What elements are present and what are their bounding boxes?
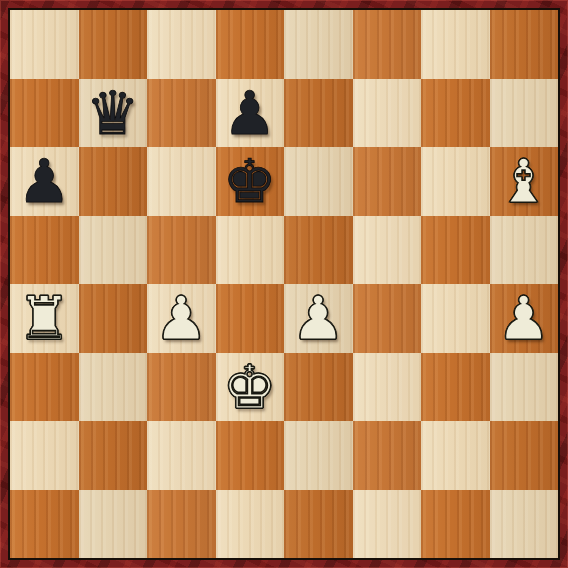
board-frame: ♛♟♟♚♝♜♟♟♟♚ — [0, 0, 568, 568]
white-pawn-piece[interactable]: ♟ — [291, 284, 345, 352]
square-g3[interactable] — [421, 353, 490, 422]
black-pawn-piece[interactable]: ♟ — [17, 147, 71, 215]
square-b7[interactable]: ♛ — [79, 79, 148, 148]
square-a5[interactable] — [10, 216, 79, 285]
white-pawn-piece[interactable]: ♟ — [154, 284, 208, 352]
white-bishop-piece[interactable]: ♝ — [497, 147, 551, 215]
square-h8[interactable] — [490, 10, 559, 79]
chess-board: ♛♟♟♚♝♜♟♟♟♚ — [8, 8, 560, 560]
square-h1[interactable] — [490, 490, 559, 559]
square-e5[interactable] — [284, 216, 353, 285]
square-d6[interactable]: ♚ — [216, 147, 285, 216]
square-f8[interactable] — [353, 10, 422, 79]
square-d2[interactable] — [216, 421, 285, 490]
square-f3[interactable] — [353, 353, 422, 422]
white-king-piece[interactable]: ♚ — [223, 353, 277, 421]
square-f1[interactable] — [353, 490, 422, 559]
square-c4[interactable]: ♟ — [147, 284, 216, 353]
square-g2[interactable] — [421, 421, 490, 490]
square-a3[interactable] — [10, 353, 79, 422]
square-c6[interactable] — [147, 147, 216, 216]
square-f5[interactable] — [353, 216, 422, 285]
square-a1[interactable] — [10, 490, 79, 559]
black-king-piece[interactable]: ♚ — [223, 147, 277, 215]
square-f6[interactable] — [353, 147, 422, 216]
square-h6[interactable]: ♝ — [490, 147, 559, 216]
square-g7[interactable] — [421, 79, 490, 148]
square-d4[interactable] — [216, 284, 285, 353]
square-e4[interactable]: ♟ — [284, 284, 353, 353]
square-c1[interactable] — [147, 490, 216, 559]
square-b6[interactable] — [79, 147, 148, 216]
black-queen-piece[interactable]: ♛ — [86, 79, 140, 147]
square-h5[interactable] — [490, 216, 559, 285]
square-d8[interactable] — [216, 10, 285, 79]
square-g8[interactable] — [421, 10, 490, 79]
square-e1[interactable] — [284, 490, 353, 559]
square-f2[interactable] — [353, 421, 422, 490]
square-a7[interactable] — [10, 79, 79, 148]
square-a4[interactable]: ♜ — [10, 284, 79, 353]
square-e7[interactable] — [284, 79, 353, 148]
square-f7[interactable] — [353, 79, 422, 148]
square-b3[interactable] — [79, 353, 148, 422]
square-h7[interactable] — [490, 79, 559, 148]
square-a8[interactable] — [10, 10, 79, 79]
square-g4[interactable] — [421, 284, 490, 353]
square-b8[interactable] — [79, 10, 148, 79]
white-rook-piece[interactable]: ♜ — [17, 284, 71, 352]
square-b2[interactable] — [79, 421, 148, 490]
square-c7[interactable] — [147, 79, 216, 148]
square-e6[interactable] — [284, 147, 353, 216]
square-f4[interactable] — [353, 284, 422, 353]
square-g6[interactable] — [421, 147, 490, 216]
white-pawn-piece[interactable]: ♟ — [497, 284, 551, 352]
square-c3[interactable] — [147, 353, 216, 422]
square-d1[interactable] — [216, 490, 285, 559]
square-c8[interactable] — [147, 10, 216, 79]
square-d7[interactable]: ♟ — [216, 79, 285, 148]
square-e3[interactable] — [284, 353, 353, 422]
square-c2[interactable] — [147, 421, 216, 490]
square-e2[interactable] — [284, 421, 353, 490]
square-b4[interactable] — [79, 284, 148, 353]
square-a2[interactable] — [10, 421, 79, 490]
square-h2[interactable] — [490, 421, 559, 490]
square-d5[interactable] — [216, 216, 285, 285]
square-g5[interactable] — [421, 216, 490, 285]
square-h4[interactable]: ♟ — [490, 284, 559, 353]
square-a6[interactable]: ♟ — [10, 147, 79, 216]
square-b1[interactable] — [79, 490, 148, 559]
black-pawn-piece[interactable]: ♟ — [223, 79, 277, 147]
square-b5[interactable] — [79, 216, 148, 285]
square-h3[interactable] — [490, 353, 559, 422]
square-e8[interactable] — [284, 10, 353, 79]
square-g1[interactable] — [421, 490, 490, 559]
square-d3[interactable]: ♚ — [216, 353, 285, 422]
square-c5[interactable] — [147, 216, 216, 285]
